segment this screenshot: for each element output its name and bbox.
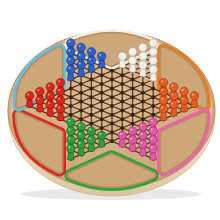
- peg-highlight: [89, 129, 91, 131]
- hole[interactable]: [151, 86, 155, 90]
- peg-head: [118, 52, 126, 60]
- peg-head: [56, 105, 64, 113]
- peg-head: [128, 48, 136, 56]
- hole[interactable]: [89, 122, 93, 126]
- peg-highlight: [171, 102, 173, 104]
- peg-head: [46, 83, 54, 91]
- peg-highlight: [89, 58, 91, 60]
- hole[interactable]: [110, 122, 114, 126]
- peg-head: [139, 140, 147, 148]
- peg-highlight: [130, 129, 132, 131]
- hole[interactable]: [79, 82, 83, 86]
- peg-head: [67, 118, 75, 126]
- peg-highlight: [68, 58, 70, 60]
- peg-highlight: [38, 89, 40, 91]
- peg-head: [159, 87, 167, 95]
- peg-head: [67, 48, 75, 56]
- peg-head: [149, 136, 157, 144]
- peg-highlight: [99, 133, 101, 135]
- peg-highlight: [151, 120, 153, 122]
- peg-head: [56, 78, 64, 86]
- peg-head: [149, 39, 157, 47]
- hole[interactable]: [110, 78, 114, 82]
- peg-head: [139, 131, 147, 139]
- hole[interactable]: [89, 95, 93, 99]
- peg-highlight: [161, 80, 163, 82]
- peg-head: [159, 78, 167, 86]
- peg-highlight: [141, 63, 143, 65]
- peg-head: [87, 48, 95, 56]
- peg-head: [159, 105, 167, 113]
- hole[interactable]: [100, 117, 104, 121]
- hole[interactable]: [141, 82, 145, 86]
- peg-head: [139, 43, 147, 51]
- hole[interactable]: [100, 108, 104, 112]
- peg-highlight: [192, 93, 194, 95]
- peg-highlight: [79, 133, 81, 135]
- peg-highlight: [48, 85, 50, 87]
- peg-head: [170, 92, 178, 100]
- peg-head: [139, 52, 147, 60]
- hole[interactable]: [120, 82, 124, 86]
- peg-highlight: [68, 49, 70, 51]
- peg-head: [36, 87, 44, 95]
- peg-head: [25, 92, 33, 100]
- hole[interactable]: [100, 126, 104, 130]
- peg-highlight: [58, 98, 60, 100]
- peg-highlight: [171, 85, 173, 87]
- hole[interactable]: [131, 104, 135, 108]
- peg-head: [56, 87, 64, 95]
- hole[interactable]: [100, 91, 104, 95]
- peg-head: [67, 65, 75, 73]
- peg-head: [67, 136, 75, 144]
- peg-highlight: [58, 89, 60, 91]
- peg-highlight: [182, 89, 184, 91]
- peg-highlight: [141, 142, 143, 144]
- peg-highlight: [58, 80, 60, 82]
- hole[interactable]: [131, 122, 135, 126]
- hole[interactable]: [110, 130, 114, 134]
- photo-background: [0, 0, 220, 220]
- peg-head: [77, 61, 85, 69]
- hole[interactable]: [110, 139, 114, 143]
- peg-highlight: [141, 54, 143, 56]
- peg-highlight: [151, 67, 153, 69]
- hole[interactable]: [79, 100, 83, 104]
- hole[interactable]: [141, 100, 145, 104]
- peg-highlight: [151, 129, 153, 131]
- board-svg: [0, 0, 220, 220]
- hole[interactable]: [79, 91, 83, 95]
- hole[interactable]: [141, 91, 145, 95]
- hole[interactable]: [141, 117, 145, 121]
- hole[interactable]: [79, 108, 83, 112]
- peg-head: [149, 65, 157, 73]
- peg-highlight: [79, 54, 81, 56]
- hole[interactable]: [120, 126, 124, 130]
- peg-highlight: [79, 142, 81, 144]
- peg-head: [149, 127, 157, 135]
- peg-highlight: [130, 58, 132, 60]
- hole[interactable]: [120, 73, 124, 77]
- peg-head: [87, 56, 95, 64]
- peg-highlight: [130, 137, 132, 139]
- peg-head: [118, 131, 126, 139]
- peg-highlight: [79, 124, 81, 126]
- peg-head: [46, 100, 54, 108]
- peg-head: [98, 52, 106, 60]
- peg-head: [190, 92, 198, 100]
- peg-highlight: [161, 107, 163, 109]
- peg-highlight: [38, 98, 40, 100]
- peg-highlight: [68, 41, 70, 43]
- peg-head: [77, 140, 85, 148]
- peg-highlight: [68, 67, 70, 69]
- peg-head: [170, 83, 178, 91]
- peg-head: [46, 92, 54, 100]
- peg-highlight: [120, 54, 122, 56]
- peg-highlight: [130, 49, 132, 51]
- peg-highlight: [48, 102, 50, 104]
- hole[interactable]: [131, 113, 135, 117]
- peg-highlight: [99, 54, 101, 56]
- peg-head: [180, 96, 188, 104]
- peg-highlight: [79, 45, 81, 47]
- peg-highlight: [151, 41, 153, 43]
- hole[interactable]: [110, 113, 114, 117]
- hole[interactable]: [89, 86, 93, 90]
- hole[interactable]: [120, 100, 124, 104]
- peg-head: [149, 48, 157, 56]
- peg-head: [67, 127, 75, 135]
- peg-head: [149, 118, 157, 126]
- peg-highlight: [151, 49, 153, 51]
- hole[interactable]: [100, 73, 104, 77]
- peg-highlight: [58, 107, 60, 109]
- peg-highlight: [151, 137, 153, 139]
- peg-highlight: [68, 129, 70, 131]
- peg-head: [128, 56, 136, 64]
- hole[interactable]: [120, 91, 124, 95]
- hole[interactable]: [110, 104, 114, 108]
- hole[interactable]: [79, 117, 83, 121]
- hole[interactable]: [69, 104, 73, 108]
- hole[interactable]: [151, 113, 155, 117]
- peg-highlight: [68, 137, 70, 139]
- peg-head: [67, 56, 75, 64]
- peg-head: [77, 43, 85, 51]
- peg-head: [139, 61, 147, 69]
- peg-highlight: [79, 63, 81, 65]
- peg-head: [87, 136, 95, 144]
- hole[interactable]: [151, 104, 155, 108]
- hole[interactable]: [69, 86, 73, 90]
- peg-head: [56, 96, 64, 104]
- hole[interactable]: [100, 100, 104, 104]
- hole[interactable]: [120, 108, 124, 112]
- peg-highlight: [141, 45, 143, 47]
- peg-highlight: [89, 137, 91, 139]
- peg-head: [67, 39, 75, 47]
- hole[interactable]: [89, 113, 93, 117]
- hole[interactable]: [110, 86, 114, 90]
- peg-head: [149, 144, 157, 152]
- hole[interactable]: [151, 95, 155, 99]
- peg-head: [128, 127, 136, 135]
- peg-highlight: [68, 146, 70, 148]
- peg-head: [77, 52, 85, 60]
- peg-highlight: [161, 89, 163, 91]
- peg-head: [149, 56, 157, 64]
- peg-highlight: [151, 58, 153, 60]
- hole[interactable]: [100, 82, 104, 86]
- chinese-checkers-board: [0, 0, 220, 220]
- peg-highlight: [89, 49, 91, 51]
- peg-head: [98, 131, 106, 139]
- hole[interactable]: [69, 113, 73, 117]
- peg-highlight: [68, 120, 70, 122]
- peg-highlight: [48, 93, 50, 95]
- hole[interactable]: [69, 95, 73, 99]
- peg-highlight: [151, 146, 153, 148]
- hole[interactable]: [120, 117, 124, 121]
- peg-highlight: [141, 124, 143, 126]
- hole[interactable]: [131, 95, 135, 99]
- hole[interactable]: [131, 86, 135, 90]
- peg-head: [36, 96, 44, 104]
- hole[interactable]: [110, 69, 114, 73]
- peg-highlight: [120, 133, 122, 135]
- peg-head: [87, 127, 95, 135]
- peg-highlight: [161, 98, 163, 100]
- peg-highlight: [182, 98, 184, 100]
- peg-head: [139, 122, 147, 130]
- peg-head: [128, 136, 136, 144]
- peg-highlight: [27, 93, 29, 95]
- peg-head: [77, 131, 85, 139]
- peg-head: [159, 96, 167, 104]
- hole[interactable]: [110, 95, 114, 99]
- peg-highlight: [141, 133, 143, 135]
- peg-head: [77, 122, 85, 130]
- hole[interactable]: [89, 104, 93, 108]
- hole[interactable]: [89, 78, 93, 82]
- peg-highlight: [171, 93, 173, 95]
- hole[interactable]: [141, 108, 145, 112]
- peg-head: [170, 100, 178, 108]
- hole[interactable]: [131, 78, 135, 82]
- peg-head: [180, 87, 188, 95]
- peg-head: [67, 144, 75, 152]
